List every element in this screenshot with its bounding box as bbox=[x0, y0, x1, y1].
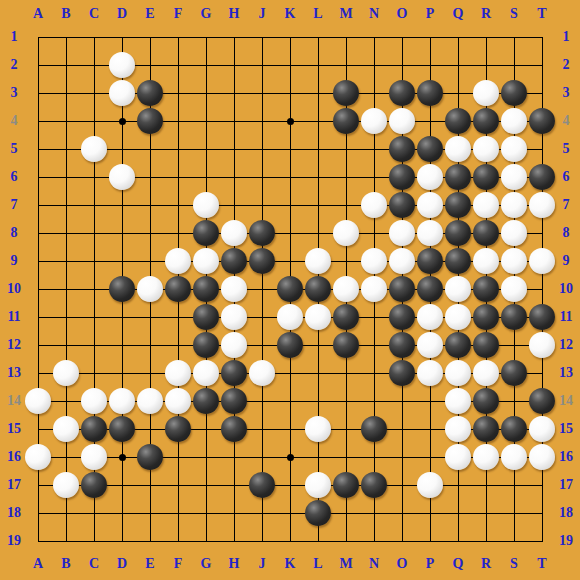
intersection-T7[interactable] bbox=[528, 191, 556, 219]
intersection-F16[interactable] bbox=[164, 443, 192, 471]
intersection-D18[interactable] bbox=[108, 499, 136, 527]
intersection-A13[interactable] bbox=[24, 359, 52, 387]
intersection-Q9[interactable] bbox=[444, 247, 472, 275]
intersection-G6[interactable] bbox=[192, 163, 220, 191]
intersection-A14[interactable] bbox=[24, 387, 52, 415]
intersection-Q6[interactable] bbox=[444, 163, 472, 191]
intersection-D10[interactable] bbox=[108, 275, 136, 303]
intersection-M13[interactable] bbox=[332, 359, 360, 387]
intersection-T17[interactable] bbox=[528, 471, 556, 499]
intersection-R9[interactable] bbox=[472, 247, 500, 275]
intersection-B17[interactable] bbox=[52, 471, 80, 499]
intersection-M6[interactable] bbox=[332, 163, 360, 191]
intersection-R17[interactable] bbox=[472, 471, 500, 499]
intersection-E9[interactable] bbox=[136, 247, 164, 275]
intersection-Q18[interactable] bbox=[444, 499, 472, 527]
intersection-S11[interactable] bbox=[500, 303, 528, 331]
intersection-Q16[interactable] bbox=[444, 443, 472, 471]
intersection-T16[interactable] bbox=[528, 443, 556, 471]
intersection-E10[interactable] bbox=[136, 275, 164, 303]
intersection-R8[interactable] bbox=[472, 219, 500, 247]
intersection-L13[interactable] bbox=[304, 359, 332, 387]
intersection-H1[interactable] bbox=[220, 23, 248, 51]
intersection-H4[interactable] bbox=[220, 107, 248, 135]
intersection-H9[interactable] bbox=[220, 247, 248, 275]
intersection-E16[interactable] bbox=[136, 443, 164, 471]
intersection-H11[interactable] bbox=[220, 303, 248, 331]
intersection-J7[interactable] bbox=[248, 191, 276, 219]
intersection-J8[interactable] bbox=[248, 219, 276, 247]
intersection-Q12[interactable] bbox=[444, 331, 472, 359]
intersection-M19[interactable] bbox=[332, 527, 360, 555]
intersection-G17[interactable] bbox=[192, 471, 220, 499]
intersection-K4[interactable] bbox=[276, 107, 304, 135]
intersection-J1[interactable] bbox=[248, 23, 276, 51]
intersection-B14[interactable] bbox=[52, 387, 80, 415]
intersection-F15[interactable] bbox=[164, 415, 192, 443]
intersection-A15[interactable] bbox=[24, 415, 52, 443]
intersection-P8[interactable] bbox=[416, 219, 444, 247]
intersection-C9[interactable] bbox=[80, 247, 108, 275]
intersection-H7[interactable] bbox=[220, 191, 248, 219]
intersection-G8[interactable] bbox=[192, 219, 220, 247]
intersection-D4[interactable] bbox=[108, 107, 136, 135]
intersection-C16[interactable] bbox=[80, 443, 108, 471]
intersection-C18[interactable] bbox=[80, 499, 108, 527]
intersection-Q8[interactable] bbox=[444, 219, 472, 247]
intersection-H6[interactable] bbox=[220, 163, 248, 191]
intersection-J12[interactable] bbox=[248, 331, 276, 359]
intersection-G3[interactable] bbox=[192, 79, 220, 107]
intersection-C1[interactable] bbox=[80, 23, 108, 51]
intersection-S16[interactable] bbox=[500, 443, 528, 471]
intersection-E2[interactable] bbox=[136, 51, 164, 79]
intersection-O19[interactable] bbox=[388, 527, 416, 555]
intersection-O2[interactable] bbox=[388, 51, 416, 79]
intersection-C15[interactable] bbox=[80, 415, 108, 443]
intersection-R19[interactable] bbox=[472, 527, 500, 555]
intersection-H2[interactable] bbox=[220, 51, 248, 79]
intersection-L10[interactable] bbox=[304, 275, 332, 303]
intersection-R12[interactable] bbox=[472, 331, 500, 359]
intersection-P1[interactable] bbox=[416, 23, 444, 51]
intersection-B7[interactable] bbox=[52, 191, 80, 219]
intersection-N2[interactable] bbox=[360, 51, 388, 79]
intersection-T18[interactable] bbox=[528, 499, 556, 527]
intersection-D16[interactable] bbox=[108, 443, 136, 471]
intersection-K17[interactable] bbox=[276, 471, 304, 499]
intersection-O18[interactable] bbox=[388, 499, 416, 527]
intersection-M9[interactable] bbox=[332, 247, 360, 275]
intersections-grid[interactable] bbox=[24, 23, 556, 555]
intersection-N4[interactable] bbox=[360, 107, 388, 135]
intersection-T15[interactable] bbox=[528, 415, 556, 443]
intersection-Q7[interactable] bbox=[444, 191, 472, 219]
intersection-M7[interactable] bbox=[332, 191, 360, 219]
intersection-S17[interactable] bbox=[500, 471, 528, 499]
intersection-M4[interactable] bbox=[332, 107, 360, 135]
intersection-J6[interactable] bbox=[248, 163, 276, 191]
intersection-G13[interactable] bbox=[192, 359, 220, 387]
intersection-B16[interactable] bbox=[52, 443, 80, 471]
intersection-H5[interactable] bbox=[220, 135, 248, 163]
intersection-F4[interactable] bbox=[164, 107, 192, 135]
intersection-L9[interactable] bbox=[304, 247, 332, 275]
intersection-H14[interactable] bbox=[220, 387, 248, 415]
intersection-B15[interactable] bbox=[52, 415, 80, 443]
intersection-N3[interactable] bbox=[360, 79, 388, 107]
intersection-N16[interactable] bbox=[360, 443, 388, 471]
intersection-O3[interactable] bbox=[388, 79, 416, 107]
intersection-E17[interactable] bbox=[136, 471, 164, 499]
intersection-N10[interactable] bbox=[360, 275, 388, 303]
intersection-N11[interactable] bbox=[360, 303, 388, 331]
intersection-L1[interactable] bbox=[304, 23, 332, 51]
intersection-B4[interactable] bbox=[52, 107, 80, 135]
intersection-B9[interactable] bbox=[52, 247, 80, 275]
intersection-P19[interactable] bbox=[416, 527, 444, 555]
intersection-B1[interactable] bbox=[52, 23, 80, 51]
intersection-L2[interactable] bbox=[304, 51, 332, 79]
intersection-R14[interactable] bbox=[472, 387, 500, 415]
intersection-F2[interactable] bbox=[164, 51, 192, 79]
intersection-B18[interactable] bbox=[52, 499, 80, 527]
intersection-C11[interactable] bbox=[80, 303, 108, 331]
intersection-O13[interactable] bbox=[388, 359, 416, 387]
intersection-G9[interactable] bbox=[192, 247, 220, 275]
intersection-R7[interactable] bbox=[472, 191, 500, 219]
intersection-P11[interactable] bbox=[416, 303, 444, 331]
intersection-G7[interactable] bbox=[192, 191, 220, 219]
intersection-D17[interactable] bbox=[108, 471, 136, 499]
intersection-M10[interactable] bbox=[332, 275, 360, 303]
intersection-F10[interactable] bbox=[164, 275, 192, 303]
intersection-N1[interactable] bbox=[360, 23, 388, 51]
intersection-O14[interactable] bbox=[388, 387, 416, 415]
intersection-R4[interactable] bbox=[472, 107, 500, 135]
intersection-A5[interactable] bbox=[24, 135, 52, 163]
intersection-N7[interactable] bbox=[360, 191, 388, 219]
intersection-O16[interactable] bbox=[388, 443, 416, 471]
intersection-H16[interactable] bbox=[220, 443, 248, 471]
intersection-A7[interactable] bbox=[24, 191, 52, 219]
intersection-D7[interactable] bbox=[108, 191, 136, 219]
intersection-G12[interactable] bbox=[192, 331, 220, 359]
intersection-M17[interactable] bbox=[332, 471, 360, 499]
intersection-R6[interactable] bbox=[472, 163, 500, 191]
intersection-A17[interactable] bbox=[24, 471, 52, 499]
intersection-T2[interactable] bbox=[528, 51, 556, 79]
intersection-K1[interactable] bbox=[276, 23, 304, 51]
intersection-L18[interactable] bbox=[304, 499, 332, 527]
intersection-F9[interactable] bbox=[164, 247, 192, 275]
intersection-P9[interactable] bbox=[416, 247, 444, 275]
intersection-B12[interactable] bbox=[52, 331, 80, 359]
intersection-C4[interactable] bbox=[80, 107, 108, 135]
intersection-S10[interactable] bbox=[500, 275, 528, 303]
go-board[interactable]: AABBCCDDEEFFGGHHJJKKLLMMNNOOPPQQRRSSTT11… bbox=[0, 0, 580, 580]
intersection-S1[interactable] bbox=[500, 23, 528, 51]
intersection-E1[interactable] bbox=[136, 23, 164, 51]
intersection-M11[interactable] bbox=[332, 303, 360, 331]
intersection-K14[interactable] bbox=[276, 387, 304, 415]
intersection-M14[interactable] bbox=[332, 387, 360, 415]
intersection-D5[interactable] bbox=[108, 135, 136, 163]
intersection-Q3[interactable] bbox=[444, 79, 472, 107]
intersection-J16[interactable] bbox=[248, 443, 276, 471]
intersection-T3[interactable] bbox=[528, 79, 556, 107]
intersection-R11[interactable] bbox=[472, 303, 500, 331]
intersection-G14[interactable] bbox=[192, 387, 220, 415]
intersection-O4[interactable] bbox=[388, 107, 416, 135]
intersection-C10[interactable] bbox=[80, 275, 108, 303]
intersection-T19[interactable] bbox=[528, 527, 556, 555]
intersection-Q4[interactable] bbox=[444, 107, 472, 135]
intersection-A9[interactable] bbox=[24, 247, 52, 275]
intersection-P10[interactable] bbox=[416, 275, 444, 303]
intersection-L6[interactable] bbox=[304, 163, 332, 191]
intersection-E14[interactable] bbox=[136, 387, 164, 415]
intersection-A6[interactable] bbox=[24, 163, 52, 191]
intersection-E19[interactable] bbox=[136, 527, 164, 555]
intersection-P15[interactable] bbox=[416, 415, 444, 443]
intersection-E5[interactable] bbox=[136, 135, 164, 163]
intersection-A10[interactable] bbox=[24, 275, 52, 303]
intersection-B5[interactable] bbox=[52, 135, 80, 163]
intersection-L14[interactable] bbox=[304, 387, 332, 415]
intersection-P16[interactable] bbox=[416, 443, 444, 471]
intersection-T12[interactable] bbox=[528, 331, 556, 359]
intersection-H3[interactable] bbox=[220, 79, 248, 107]
intersection-M16[interactable] bbox=[332, 443, 360, 471]
intersection-H15[interactable] bbox=[220, 415, 248, 443]
intersection-S19[interactable] bbox=[500, 527, 528, 555]
intersection-F13[interactable] bbox=[164, 359, 192, 387]
intersection-T10[interactable] bbox=[528, 275, 556, 303]
intersection-D13[interactable] bbox=[108, 359, 136, 387]
intersection-J15[interactable] bbox=[248, 415, 276, 443]
intersection-G19[interactable] bbox=[192, 527, 220, 555]
intersection-R2[interactable] bbox=[472, 51, 500, 79]
intersection-N6[interactable] bbox=[360, 163, 388, 191]
intersection-D14[interactable] bbox=[108, 387, 136, 415]
intersection-S18[interactable] bbox=[500, 499, 528, 527]
intersection-J19[interactable] bbox=[248, 527, 276, 555]
intersection-B10[interactable] bbox=[52, 275, 80, 303]
intersection-T11[interactable] bbox=[528, 303, 556, 331]
intersection-L17[interactable] bbox=[304, 471, 332, 499]
intersection-J14[interactable] bbox=[248, 387, 276, 415]
intersection-S5[interactable] bbox=[500, 135, 528, 163]
intersection-H18[interactable] bbox=[220, 499, 248, 527]
intersection-C3[interactable] bbox=[80, 79, 108, 107]
intersection-F5[interactable] bbox=[164, 135, 192, 163]
intersection-C13[interactable] bbox=[80, 359, 108, 387]
intersection-A19[interactable] bbox=[24, 527, 52, 555]
intersection-E3[interactable] bbox=[136, 79, 164, 107]
intersection-M1[interactable] bbox=[332, 23, 360, 51]
intersection-M8[interactable] bbox=[332, 219, 360, 247]
intersection-C17[interactable] bbox=[80, 471, 108, 499]
intersection-E12[interactable] bbox=[136, 331, 164, 359]
intersection-M15[interactable] bbox=[332, 415, 360, 443]
intersection-B13[interactable] bbox=[52, 359, 80, 387]
intersection-M2[interactable] bbox=[332, 51, 360, 79]
intersection-T9[interactable] bbox=[528, 247, 556, 275]
intersection-G16[interactable] bbox=[192, 443, 220, 471]
intersection-K6[interactable] bbox=[276, 163, 304, 191]
intersection-L16[interactable] bbox=[304, 443, 332, 471]
intersection-A1[interactable] bbox=[24, 23, 52, 51]
intersection-J5[interactable] bbox=[248, 135, 276, 163]
intersection-G11[interactable] bbox=[192, 303, 220, 331]
intersection-S12[interactable] bbox=[500, 331, 528, 359]
intersection-D3[interactable] bbox=[108, 79, 136, 107]
intersection-N13[interactable] bbox=[360, 359, 388, 387]
intersection-G4[interactable] bbox=[192, 107, 220, 135]
intersection-D6[interactable] bbox=[108, 163, 136, 191]
intersection-K9[interactable] bbox=[276, 247, 304, 275]
intersection-T8[interactable] bbox=[528, 219, 556, 247]
intersection-A8[interactable] bbox=[24, 219, 52, 247]
intersection-O12[interactable] bbox=[388, 331, 416, 359]
intersection-Q15[interactable] bbox=[444, 415, 472, 443]
intersection-E15[interactable] bbox=[136, 415, 164, 443]
intersection-N19[interactable] bbox=[360, 527, 388, 555]
intersection-T14[interactable] bbox=[528, 387, 556, 415]
intersection-R5[interactable] bbox=[472, 135, 500, 163]
intersection-J18[interactable] bbox=[248, 499, 276, 527]
intersection-Q1[interactable] bbox=[444, 23, 472, 51]
intersection-F17[interactable] bbox=[164, 471, 192, 499]
intersection-P3[interactable] bbox=[416, 79, 444, 107]
intersection-Q5[interactable] bbox=[444, 135, 472, 163]
intersection-B2[interactable] bbox=[52, 51, 80, 79]
intersection-K11[interactable] bbox=[276, 303, 304, 331]
intersection-D1[interactable] bbox=[108, 23, 136, 51]
intersection-O11[interactable] bbox=[388, 303, 416, 331]
intersection-R16[interactable] bbox=[472, 443, 500, 471]
intersection-S8[interactable] bbox=[500, 219, 528, 247]
intersection-N14[interactable] bbox=[360, 387, 388, 415]
intersection-F11[interactable] bbox=[164, 303, 192, 331]
intersection-O9[interactable] bbox=[388, 247, 416, 275]
intersection-K19[interactable] bbox=[276, 527, 304, 555]
intersection-H10[interactable] bbox=[220, 275, 248, 303]
intersection-J2[interactable] bbox=[248, 51, 276, 79]
intersection-M5[interactable] bbox=[332, 135, 360, 163]
intersection-A16[interactable] bbox=[24, 443, 52, 471]
intersection-C7[interactable] bbox=[80, 191, 108, 219]
intersection-P6[interactable] bbox=[416, 163, 444, 191]
intersection-C14[interactable] bbox=[80, 387, 108, 415]
intersection-S3[interactable] bbox=[500, 79, 528, 107]
intersection-N12[interactable] bbox=[360, 331, 388, 359]
intersection-O5[interactable] bbox=[388, 135, 416, 163]
intersection-E4[interactable] bbox=[136, 107, 164, 135]
intersection-K15[interactable] bbox=[276, 415, 304, 443]
intersection-N15[interactable] bbox=[360, 415, 388, 443]
intersection-C8[interactable] bbox=[80, 219, 108, 247]
intersection-D2[interactable] bbox=[108, 51, 136, 79]
intersection-B8[interactable] bbox=[52, 219, 80, 247]
intersection-T5[interactable] bbox=[528, 135, 556, 163]
intersection-K5[interactable] bbox=[276, 135, 304, 163]
intersection-D9[interactable] bbox=[108, 247, 136, 275]
intersection-M18[interactable] bbox=[332, 499, 360, 527]
intersection-J13[interactable] bbox=[248, 359, 276, 387]
intersection-H19[interactable] bbox=[220, 527, 248, 555]
intersection-B11[interactable] bbox=[52, 303, 80, 331]
intersection-S4[interactable] bbox=[500, 107, 528, 135]
intersection-P12[interactable] bbox=[416, 331, 444, 359]
intersection-B6[interactable] bbox=[52, 163, 80, 191]
intersection-D8[interactable] bbox=[108, 219, 136, 247]
intersection-F14[interactable] bbox=[164, 387, 192, 415]
intersection-K8[interactable] bbox=[276, 219, 304, 247]
intersection-N5[interactable] bbox=[360, 135, 388, 163]
intersection-K2[interactable] bbox=[276, 51, 304, 79]
intersection-J10[interactable] bbox=[248, 275, 276, 303]
intersection-Q2[interactable] bbox=[444, 51, 472, 79]
intersection-R13[interactable] bbox=[472, 359, 500, 387]
intersection-Q13[interactable] bbox=[444, 359, 472, 387]
intersection-L12[interactable] bbox=[304, 331, 332, 359]
intersection-M12[interactable] bbox=[332, 331, 360, 359]
intersection-K18[interactable] bbox=[276, 499, 304, 527]
intersection-D11[interactable] bbox=[108, 303, 136, 331]
intersection-G18[interactable] bbox=[192, 499, 220, 527]
intersection-C2[interactable] bbox=[80, 51, 108, 79]
intersection-C5[interactable] bbox=[80, 135, 108, 163]
intersection-T6[interactable] bbox=[528, 163, 556, 191]
intersection-R1[interactable] bbox=[472, 23, 500, 51]
intersection-A18[interactable] bbox=[24, 499, 52, 527]
intersection-R18[interactable] bbox=[472, 499, 500, 527]
intersection-G5[interactable] bbox=[192, 135, 220, 163]
intersection-K3[interactable] bbox=[276, 79, 304, 107]
intersection-K10[interactable] bbox=[276, 275, 304, 303]
intersection-R15[interactable] bbox=[472, 415, 500, 443]
intersection-P7[interactable] bbox=[416, 191, 444, 219]
intersection-K7[interactable] bbox=[276, 191, 304, 219]
intersection-S15[interactable] bbox=[500, 415, 528, 443]
intersection-P14[interactable] bbox=[416, 387, 444, 415]
intersection-J11[interactable] bbox=[248, 303, 276, 331]
intersection-O15[interactable] bbox=[388, 415, 416, 443]
intersection-J9[interactable] bbox=[248, 247, 276, 275]
intersection-C12[interactable] bbox=[80, 331, 108, 359]
intersection-F8[interactable] bbox=[164, 219, 192, 247]
intersection-H13[interactable] bbox=[220, 359, 248, 387]
intersection-F19[interactable] bbox=[164, 527, 192, 555]
intersection-M3[interactable] bbox=[332, 79, 360, 107]
intersection-E18[interactable] bbox=[136, 499, 164, 527]
intersection-R10[interactable] bbox=[472, 275, 500, 303]
intersection-Q11[interactable] bbox=[444, 303, 472, 331]
intersection-D12[interactable] bbox=[108, 331, 136, 359]
intersection-S2[interactable] bbox=[500, 51, 528, 79]
intersection-S6[interactable] bbox=[500, 163, 528, 191]
intersection-Q10[interactable] bbox=[444, 275, 472, 303]
intersection-F3[interactable] bbox=[164, 79, 192, 107]
intersection-J3[interactable] bbox=[248, 79, 276, 107]
intersection-F1[interactable] bbox=[164, 23, 192, 51]
intersection-A12[interactable] bbox=[24, 331, 52, 359]
intersection-E13[interactable] bbox=[136, 359, 164, 387]
intersection-K12[interactable] bbox=[276, 331, 304, 359]
intersection-A4[interactable] bbox=[24, 107, 52, 135]
